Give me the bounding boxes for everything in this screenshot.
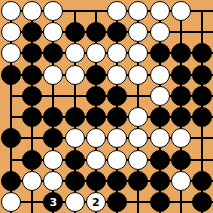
white-stone[interactable] — [171, 1, 191, 21]
black-stone[interactable] — [192, 86, 212, 106]
black-stone[interactable] — [65, 107, 85, 127]
white-stone[interactable] — [128, 1, 148, 21]
black-stone[interactable] — [171, 107, 191, 127]
white-stone[interactable] — [150, 65, 170, 85]
black-stone[interactable] — [43, 107, 63, 127]
black-stone[interactable] — [86, 22, 106, 42]
black-stone[interactable] — [107, 171, 127, 191]
black-stone[interactable] — [107, 22, 127, 42]
white-stone[interactable] — [150, 86, 170, 106]
black-stone[interactable] — [171, 150, 191, 170]
black-stone[interactable] — [150, 107, 170, 127]
black-stone[interactable] — [107, 192, 127, 212]
black-stone[interactable] — [107, 86, 127, 106]
white-stone[interactable] — [1, 22, 21, 42]
black-stone[interactable] — [192, 192, 212, 212]
go-board-grid: 32 — [0, 0, 213, 213]
white-stone[interactable] — [171, 128, 191, 148]
white-stone[interactable] — [128, 150, 148, 170]
black-stone[interactable] — [22, 22, 42, 42]
black-stone[interactable] — [192, 65, 212, 85]
move-number-label: 2 — [92, 197, 100, 208]
white-stone[interactable] — [22, 171, 42, 191]
black-stone[interactable] — [22, 86, 42, 106]
black-stone[interactable] — [65, 171, 85, 191]
white-stone[interactable] — [1, 1, 21, 21]
move-number-label: 3 — [49, 197, 57, 208]
black-stone[interactable] — [150, 171, 170, 191]
white-stone[interactable] — [107, 128, 127, 148]
white-stone[interactable] — [128, 65, 148, 85]
black-stone[interactable] — [1, 128, 21, 148]
black-stone[interactable]: 3 — [43, 192, 63, 212]
go-board[interactable]: 32 — [0, 0, 213, 213]
black-stone[interactable] — [22, 65, 42, 85]
black-stone[interactable] — [86, 171, 106, 191]
black-stone[interactable] — [171, 86, 191, 106]
white-stone[interactable] — [43, 22, 63, 42]
white-stone[interactable] — [65, 128, 85, 148]
white-stone[interactable] — [171, 171, 191, 191]
black-stone[interactable] — [192, 171, 212, 191]
white-stone[interactable] — [150, 22, 170, 42]
black-stone[interactable] — [107, 107, 127, 127]
black-stone[interactable] — [22, 107, 42, 127]
white-stone[interactable] — [86, 150, 106, 170]
white-stone[interactable]: 2 — [86, 192, 106, 212]
white-stone[interactable] — [65, 192, 85, 212]
black-stone[interactable] — [22, 43, 42, 63]
white-stone[interactable] — [65, 43, 85, 63]
white-stone[interactable] — [22, 1, 42, 21]
white-stone[interactable] — [86, 128, 106, 148]
black-stone[interactable] — [171, 65, 191, 85]
black-stone[interactable] — [65, 150, 85, 170]
black-stone[interactable] — [1, 171, 21, 191]
white-stone[interactable] — [43, 150, 63, 170]
black-stone[interactable] — [65, 22, 85, 42]
white-stone[interactable] — [150, 128, 170, 148]
black-stone[interactable] — [86, 86, 106, 106]
white-stone[interactable] — [86, 43, 106, 63]
white-stone[interactable] — [1, 43, 21, 63]
white-stone[interactable] — [150, 1, 170, 21]
white-stone[interactable] — [128, 43, 148, 63]
black-stone[interactable] — [192, 43, 212, 63]
black-stone[interactable] — [150, 150, 170, 170]
white-stone[interactable] — [107, 1, 127, 21]
black-stone[interactable] — [22, 150, 42, 170]
white-stone[interactable] — [43, 1, 63, 21]
white-stone[interactable] — [107, 43, 127, 63]
black-stone[interactable] — [1, 65, 21, 85]
white-stone[interactable] — [128, 107, 148, 127]
white-stone[interactable] — [107, 150, 127, 170]
black-stone[interactable] — [43, 43, 63, 63]
white-stone[interactable] — [128, 22, 148, 42]
white-stone[interactable] — [65, 65, 85, 85]
black-stone[interactable] — [150, 43, 170, 63]
white-stone[interactable] — [128, 128, 148, 148]
black-stone[interactable] — [192, 107, 212, 127]
white-stone[interactable] — [1, 192, 21, 212]
black-stone[interactable] — [43, 128, 63, 148]
black-stone[interactable] — [150, 192, 170, 212]
black-stone[interactable] — [128, 171, 148, 191]
black-stone[interactable] — [86, 107, 106, 127]
white-stone[interactable] — [107, 65, 127, 85]
white-stone[interactable] — [43, 65, 63, 85]
white-stone[interactable] — [43, 171, 63, 191]
black-stone[interactable] — [171, 43, 191, 63]
black-stone[interactable] — [86, 65, 106, 85]
